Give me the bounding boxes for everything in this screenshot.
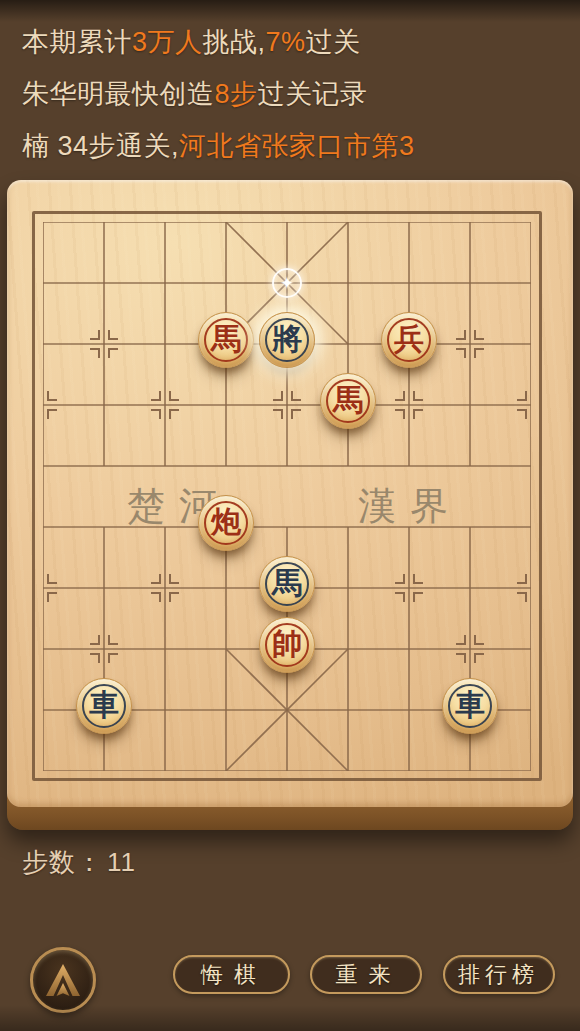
black-piece-將[interactable]: 將 xyxy=(259,312,315,368)
leaderboard-button[interactable]: 排行榜 xyxy=(443,955,555,994)
header-stat-line-1: 本期累计3万人挑战,7%过关 xyxy=(22,24,361,60)
piece-engraved-ring: 將 xyxy=(265,318,309,362)
black-piece-車[interactable]: 車 xyxy=(76,678,132,734)
last-move-sparkle-icon: ✦ xyxy=(272,268,302,298)
step-counter: 步数：11 xyxy=(22,845,136,880)
stat-segment: 过关 xyxy=(306,27,361,57)
stat-segment: 本期累计 xyxy=(22,27,132,57)
top-vignette xyxy=(0,0,580,22)
piece-character: 炮 xyxy=(211,507,241,537)
red-piece-帥[interactable]: 帥 xyxy=(259,617,315,673)
logo-button[interactable] xyxy=(30,947,96,1013)
red-piece-馬[interactable]: 馬 xyxy=(320,373,376,429)
black-piece-馬[interactable]: 馬 xyxy=(259,556,315,612)
piece-engraved-ring: 炮 xyxy=(204,501,248,545)
header-stat-line-2: 朱华明最快创造8步过关记录 xyxy=(22,76,368,112)
piece-character: 兵 xyxy=(394,324,424,354)
piece-engraved-ring: 馬 xyxy=(326,379,370,423)
stat-segment: 过关记录 xyxy=(258,79,368,109)
piece-character: 帥 xyxy=(272,629,302,659)
piece-engraved-ring: 馬 xyxy=(265,562,309,606)
app-screen: 本期累计3万人挑战,7%过关朱华明最快创造8步过关记录楠 34步通关,河北省张家… xyxy=(0,0,580,1031)
piece-character: 馬 xyxy=(333,385,363,415)
header-stat-line-3: 楠 34步通关,河北省张家口市第3 xyxy=(22,128,415,164)
sparkle-star-icon: ✦ xyxy=(280,275,294,292)
stat-segment: 河北省张家口市第3 xyxy=(179,131,415,161)
stat-segment: 楠 34步通关, xyxy=(22,131,179,161)
piece-character: 車 xyxy=(455,690,485,720)
piece-engraved-ring: 兵 xyxy=(387,318,431,362)
piece-engraved-ring: 車 xyxy=(448,684,492,728)
red-piece-炮[interactable]: 炮 xyxy=(198,495,254,551)
bottom-vignette xyxy=(0,1005,580,1031)
restart-button[interactable]: 重来 xyxy=(310,955,422,994)
stat-segment: 挑战, xyxy=(203,27,266,57)
piece-character: 馬 xyxy=(211,324,241,354)
piece-engraved-ring: 車 xyxy=(82,684,126,728)
red-piece-兵[interactable]: 兵 xyxy=(381,312,437,368)
stat-segment: 8步 xyxy=(215,79,258,109)
stat-segment: 7% xyxy=(266,27,306,57)
stat-segment: 3万人 xyxy=(132,27,203,57)
red-piece-馬[interactable]: 馬 xyxy=(198,312,254,368)
river-label-han-jie: 漢界 xyxy=(358,484,462,528)
piece-character: 將 xyxy=(272,324,302,354)
stat-segment: 朱华明最快创造 xyxy=(22,79,215,109)
step-counter-value: 11 xyxy=(107,847,136,877)
undo-button[interactable]: 悔棋 xyxy=(173,955,290,994)
piece-character: 馬 xyxy=(272,568,302,598)
piece-engraved-ring: 帥 xyxy=(265,623,309,667)
piece-character: 車 xyxy=(89,690,119,720)
piece-engraved-ring: 馬 xyxy=(204,318,248,362)
mountain-chevron-icon xyxy=(44,962,82,998)
step-counter-label: 步数： xyxy=(22,847,103,877)
black-piece-車[interactable]: 車 xyxy=(442,678,498,734)
